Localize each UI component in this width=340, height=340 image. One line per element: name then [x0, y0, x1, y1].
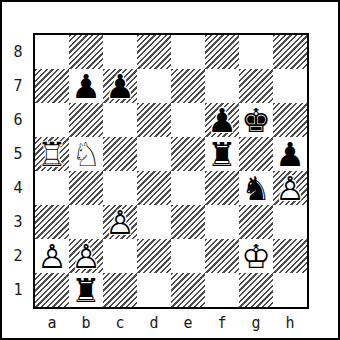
square-e1[interactable] [171, 273, 205, 307]
file-label-b: b [69, 310, 103, 336]
square-a5[interactable]: ♜♖ [35, 137, 69, 171]
file-label-a: a [35, 310, 69, 336]
square-e7[interactable] [171, 69, 205, 103]
piece-white-K-g2[interactable]: ♔ [239, 239, 273, 273]
square-f5[interactable]: ♜ [205, 137, 239, 171]
square-d8[interactable] [137, 35, 171, 69]
square-d5[interactable] [137, 137, 171, 171]
piece-white-P-a2[interactable]: ♙ [35, 239, 69, 273]
square-g5[interactable] [239, 137, 273, 171]
square-b4[interactable] [69, 171, 103, 205]
rank-label-3: 3 [6, 205, 30, 239]
square-f4[interactable] [205, 171, 239, 205]
square-b1[interactable]: ♜ [69, 273, 103, 307]
rank-label-6: 6 [6, 103, 30, 137]
square-g8[interactable] [239, 35, 273, 69]
square-e3[interactable] [171, 205, 205, 239]
square-h5[interactable]: ♟ [273, 137, 307, 171]
piece-black-P-f6[interactable]: ♟ [205, 103, 239, 137]
square-f7[interactable] [205, 69, 239, 103]
square-h4[interactable]: ♟♙ [273, 171, 307, 205]
piece-white-P-h4[interactable]: ♙ [273, 171, 307, 205]
piece-black-R-f5[interactable]: ♜ [205, 137, 239, 171]
square-b7[interactable]: ♟ [69, 69, 103, 103]
square-b8[interactable] [69, 35, 103, 69]
square-g3[interactable] [239, 205, 273, 239]
square-h2[interactable] [273, 239, 307, 273]
white-p-fill-c3: ♟ [103, 205, 137, 239]
rank-label-1: 1 [6, 273, 30, 307]
rank-label-8: 8 [6, 35, 30, 69]
square-d3[interactable] [137, 205, 171, 239]
square-e8[interactable] [171, 35, 205, 69]
square-g6[interactable]: ♚ [239, 103, 273, 137]
file-labels: abcdefgh [35, 310, 307, 336]
square-g1[interactable] [239, 273, 273, 307]
square-e2[interactable] [171, 239, 205, 273]
square-g7[interactable] [239, 69, 273, 103]
square-c4[interactable] [103, 171, 137, 205]
piece-white-P-b2[interactable]: ♙ [69, 239, 103, 273]
piece-black-P-b7[interactable]: ♟ [69, 69, 103, 103]
white-r-fill-a5: ♜ [35, 137, 69, 171]
square-d7[interactable] [137, 69, 171, 103]
piece-black-K-g6[interactable]: ♚ [239, 103, 273, 137]
piece-black-N-g4[interactable]: ♞ [239, 171, 273, 205]
piece-black-P-c7[interactable]: ♟ [103, 69, 137, 103]
white-k-fill-g2: ♚ [239, 239, 273, 273]
white-p-fill-b2: ♟ [69, 239, 103, 273]
rank-labels: 87654321 [6, 35, 30, 307]
white-n-fill-b5: ♞ [69, 137, 103, 171]
square-a6[interactable] [35, 103, 69, 137]
rank-label-2: 2 [6, 239, 30, 273]
square-e6[interactable] [171, 103, 205, 137]
file-label-f: f [205, 310, 239, 336]
square-c5[interactable] [103, 137, 137, 171]
square-e5[interactable] [171, 137, 205, 171]
piece-black-P-h5[interactable]: ♟ [273, 137, 307, 171]
file-label-c: c [103, 310, 137, 336]
piece-white-P-c3[interactable]: ♙ [103, 205, 137, 239]
square-c3[interactable]: ♟♙ [103, 205, 137, 239]
white-p-fill-h4: ♟ [273, 171, 307, 205]
square-b3[interactable] [69, 205, 103, 239]
square-d4[interactable] [137, 171, 171, 205]
square-a2[interactable]: ♟♙ [35, 239, 69, 273]
square-g2[interactable]: ♚♔ [239, 239, 273, 273]
square-f2[interactable] [205, 239, 239, 273]
white-p-fill-a2: ♟ [35, 239, 69, 273]
square-f3[interactable] [205, 205, 239, 239]
rank-label-7: 7 [6, 69, 30, 103]
square-b6[interactable] [69, 103, 103, 137]
square-c6[interactable] [103, 103, 137, 137]
piece-white-N-b5[interactable]: ♘ [69, 137, 103, 171]
square-f1[interactable] [205, 273, 239, 307]
square-h3[interactable] [273, 205, 307, 239]
square-g4[interactable]: ♞ [239, 171, 273, 205]
square-d1[interactable] [137, 273, 171, 307]
square-a7[interactable] [35, 69, 69, 103]
square-c1[interactable] [103, 273, 137, 307]
square-c2[interactable] [103, 239, 137, 273]
square-h6[interactable] [273, 103, 307, 137]
piece-black-R-b1[interactable]: ♜ [69, 273, 103, 307]
chess-diagram: 87654321 ♟♟♟♚♜♖♞♘♜♟♞♟♙♟♙♟♙♟♙♚♔♜ abcdefgh [0, 0, 340, 340]
rank-label-4: 4 [6, 171, 30, 205]
square-e4[interactable] [171, 171, 205, 205]
square-h8[interactable] [273, 35, 307, 69]
square-c8[interactable] [103, 35, 137, 69]
square-f6[interactable]: ♟ [205, 103, 239, 137]
square-a8[interactable] [35, 35, 69, 69]
square-a1[interactable] [35, 273, 69, 307]
square-a3[interactable] [35, 205, 69, 239]
square-b2[interactable]: ♟♙ [69, 239, 103, 273]
square-d6[interactable] [137, 103, 171, 137]
square-c7[interactable]: ♟ [103, 69, 137, 103]
square-a4[interactable] [35, 171, 69, 205]
square-h1[interactable] [273, 273, 307, 307]
file-label-g: g [239, 310, 273, 336]
file-label-d: d [137, 310, 171, 336]
square-f8[interactable] [205, 35, 239, 69]
square-d2[interactable] [137, 239, 171, 273]
file-label-e: e [171, 310, 205, 336]
rank-label-5: 5 [6, 137, 30, 171]
file-label-h: h [273, 310, 307, 336]
piece-white-R-a5[interactable]: ♖ [35, 137, 69, 171]
square-b5[interactable]: ♞♘ [69, 137, 103, 171]
square-h7[interactable] [273, 69, 307, 103]
chess-board: ♟♟♟♚♜♖♞♘♜♟♞♟♙♟♙♟♙♟♙♚♔♜ [33, 33, 309, 309]
